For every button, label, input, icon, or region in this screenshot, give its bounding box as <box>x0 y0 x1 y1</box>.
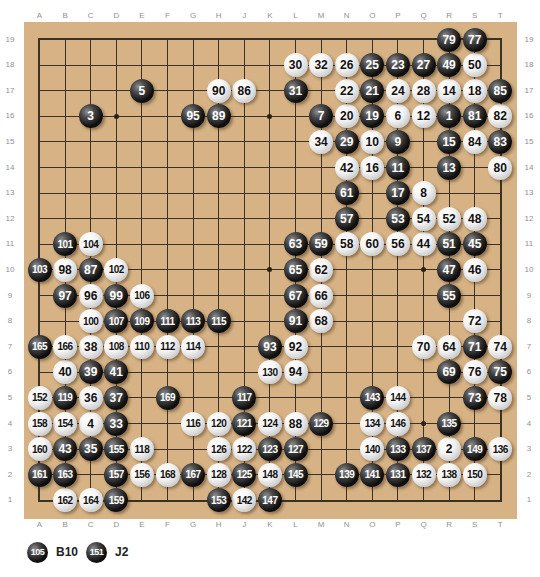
row-label-left: 8 <box>2 316 18 326</box>
row-label-right: 1 <box>521 495 537 505</box>
column-label-top: J <box>236 11 252 21</box>
go-stone: 135 <box>437 412 461 436</box>
column-label-bottom: J <box>236 520 252 530</box>
row-label-left: 11 <box>2 239 18 249</box>
go-stone: 123 <box>258 437 282 461</box>
column-label-top: B <box>57 11 73 21</box>
row-label-left: 19 <box>2 35 18 45</box>
go-stone: 153 <box>207 488 231 512</box>
go-stone: 146 <box>386 412 410 436</box>
column-label-bottom: T <box>492 520 508 530</box>
go-stone: 64 <box>437 335 461 359</box>
go-stone: 32 <box>309 53 333 77</box>
go-stone: 49 <box>437 53 461 77</box>
go-stone: 62 <box>309 258 333 282</box>
column-label-top: H <box>211 11 227 21</box>
go-stone: 63 <box>284 232 308 256</box>
go-stone: 129 <box>309 412 333 436</box>
column-label-bottom: N <box>339 520 355 530</box>
star-point <box>421 421 426 426</box>
column-label-top: M <box>313 11 329 21</box>
go-stone: 145 <box>284 463 308 487</box>
row-label-right: 3 <box>521 444 537 454</box>
go-stone: 158 <box>28 412 52 436</box>
column-label-bottom: G <box>185 520 201 530</box>
go-stone: 2 <box>437 437 461 461</box>
go-stone: 22 <box>335 79 359 103</box>
column-label-top: E <box>134 11 150 21</box>
column-label-top: Q <box>416 11 432 21</box>
column-label-bottom: M <box>313 520 329 530</box>
column-label-bottom: B <box>57 520 73 530</box>
go-stone: 150 <box>463 463 487 487</box>
row-label-left: 2 <box>2 470 18 480</box>
column-label-bottom: R <box>441 520 457 530</box>
row-label-right: 2 <box>521 470 537 480</box>
row-label-right: 11 <box>521 239 537 249</box>
row-label-left: 4 <box>2 419 18 429</box>
go-stone: 55 <box>437 284 461 308</box>
go-stone: 86 <box>232 79 256 103</box>
column-label-top: T <box>492 11 508 21</box>
go-stone: 36 <box>79 386 103 410</box>
go-stone: 116 <box>181 412 205 436</box>
row-label-left: 14 <box>2 163 18 173</box>
go-stone: 106 <box>130 284 154 308</box>
go-stone: 157 <box>104 463 128 487</box>
go-stone: 58 <box>335 232 359 256</box>
go-stone: 34 <box>309 130 333 154</box>
go-stone: 163 <box>53 463 77 487</box>
caption-stone: 105 <box>27 542 48 563</box>
go-stone: 38 <box>79 335 103 359</box>
go-stone: 33 <box>104 412 128 436</box>
go-stone: 154 <box>53 412 77 436</box>
column-label-bottom: E <box>134 520 150 530</box>
go-stone: 8 <box>412 181 436 205</box>
go-stone: 85 <box>488 79 512 103</box>
go-stone: 48 <box>463 207 487 231</box>
column-label-top: G <box>185 11 201 21</box>
column-label-bottom: S <box>467 520 483 530</box>
go-stone: 144 <box>386 386 410 410</box>
row-label-left: 18 <box>2 60 18 70</box>
go-stone: 161 <box>28 463 52 487</box>
go-stone: 133 <box>386 437 410 461</box>
go-stone: 65 <box>284 258 308 282</box>
go-stone: 73 <box>463 386 487 410</box>
go-stone: 30 <box>284 53 308 77</box>
go-stone: 118 <box>130 437 154 461</box>
go-stone: 76 <box>463 360 487 384</box>
go-stone: 79 <box>437 28 461 52</box>
go-stone: 137 <box>412 437 436 461</box>
go-stone: 21 <box>360 79 384 103</box>
column-label-bottom: O <box>364 520 380 530</box>
row-label-right: 18 <box>521 60 537 70</box>
go-stone: 156 <box>130 463 154 487</box>
go-stone: 67 <box>284 284 308 308</box>
go-stone: 164 <box>79 488 103 512</box>
go-stone: 115 <box>207 309 231 333</box>
row-label-left: 9 <box>2 291 18 301</box>
row-label-left: 16 <box>2 111 18 121</box>
go-stone: 96 <box>79 284 103 308</box>
go-stone: 98 <box>53 258 77 282</box>
go-stone: 111 <box>156 309 180 333</box>
row-label-right: 13 <box>521 188 537 198</box>
go-stone: 16 <box>360 156 384 180</box>
go-stone: 54 <box>412 207 436 231</box>
go-stone: 87 <box>79 258 103 282</box>
row-label-left: 3 <box>2 444 18 454</box>
go-stone: 160 <box>28 437 52 461</box>
row-label-left: 6 <box>2 367 18 377</box>
go-stone: 81 <box>463 104 487 128</box>
go-stone: 124 <box>258 412 282 436</box>
go-stone: 61 <box>335 181 359 205</box>
go-stone: 104 <box>79 232 103 256</box>
go-stone: 97 <box>53 284 77 308</box>
row-label-right: 17 <box>521 86 537 96</box>
go-stone: 109 <box>130 309 154 333</box>
column-label-top: R <box>441 11 457 21</box>
go-stone: 45 <box>463 232 487 256</box>
go-stone: 72 <box>463 309 487 333</box>
column-label-top: S <box>467 11 483 21</box>
column-label-bottom: L <box>288 520 304 530</box>
go-stone: 13 <box>437 156 461 180</box>
go-stone: 88 <box>284 412 308 436</box>
go-stone: 80 <box>488 156 512 180</box>
go-stone: 166 <box>53 335 77 359</box>
go-kifu-page: AABBCCDDEEFFGGHHJJKKLLMMNNOOPPQQRRSSTT19… <box>0 0 540 577</box>
go-stone: 11 <box>386 156 410 180</box>
go-stone: 70 <box>412 335 436 359</box>
column-label-top: C <box>83 11 99 21</box>
go-stone: 108 <box>104 335 128 359</box>
column-label-bottom: Q <box>416 520 432 530</box>
go-stone: 165 <box>28 335 52 359</box>
go-stone: 89 <box>207 104 231 128</box>
go-stone: 14 <box>437 79 461 103</box>
go-stone: 26 <box>335 53 359 77</box>
row-label-left: 13 <box>2 188 18 198</box>
go-stone: 110 <box>130 335 154 359</box>
go-stone: 27 <box>412 53 436 77</box>
row-label-right: 19 <box>521 35 537 45</box>
go-stone: 28 <box>412 79 436 103</box>
go-stone: 47 <box>437 258 461 282</box>
go-stone: 44 <box>412 232 436 256</box>
go-stone: 141 <box>360 463 384 487</box>
column-label-top: L <box>288 11 304 21</box>
go-stone: 120 <box>207 412 231 436</box>
go-stone: 91 <box>284 309 308 333</box>
go-stone: 74 <box>488 335 512 359</box>
column-label-bottom: H <box>211 520 227 530</box>
go-stone: 66 <box>309 284 333 308</box>
column-label-top: N <box>339 11 355 21</box>
row-label-right: 7 <box>521 342 537 352</box>
go-stone: 68 <box>309 309 333 333</box>
go-stone: 84 <box>463 130 487 154</box>
column-label-top: O <box>364 11 380 21</box>
go-stone: 119 <box>53 386 77 410</box>
column-label-top: F <box>160 11 176 21</box>
go-stone: 169 <box>156 386 180 410</box>
row-label-right: 15 <box>521 137 537 147</box>
go-stone: 42 <box>335 156 359 180</box>
go-stone: 93 <box>258 335 282 359</box>
row-label-right: 5 <box>521 393 537 403</box>
go-stone: 100 <box>79 309 103 333</box>
column-label-top: P <box>390 11 406 21</box>
row-label-left: 17 <box>2 86 18 96</box>
go-stone: 23 <box>386 53 410 77</box>
go-stone: 134 <box>360 412 384 436</box>
go-stone: 35 <box>79 437 103 461</box>
column-label-top: K <box>262 11 278 21</box>
column-label-bottom: C <box>83 520 99 530</box>
row-label-left: 5 <box>2 393 18 403</box>
go-stone: 168 <box>156 463 180 487</box>
go-stone: 20 <box>335 104 359 128</box>
caption-point-label: J2 <box>115 545 128 559</box>
row-label-right: 12 <box>521 214 537 224</box>
go-stone: 43 <box>53 437 77 461</box>
go-stone: 52 <box>437 207 461 231</box>
go-stone: 128 <box>207 463 231 487</box>
column-label-top: A <box>32 11 48 21</box>
move-annotation-caption: 105B10151J2 <box>27 540 128 564</box>
row-label-left: 10 <box>2 265 18 275</box>
go-stone: 114 <box>181 335 205 359</box>
star-point <box>114 114 119 119</box>
go-stone: 103 <box>28 258 52 282</box>
go-stone: 152 <box>28 386 52 410</box>
row-label-left: 1 <box>2 495 18 505</box>
go-stone: 113 <box>181 309 205 333</box>
go-stone: 5 <box>130 79 154 103</box>
go-stone: 92 <box>284 335 308 359</box>
column-label-bottom: K <box>262 520 278 530</box>
go-stone: 99 <box>104 284 128 308</box>
row-label-right: 16 <box>521 111 537 121</box>
row-label-right: 9 <box>521 291 537 301</box>
column-label-top: D <box>108 11 124 21</box>
go-stone: 77 <box>463 28 487 52</box>
go-stone: 138 <box>437 463 461 487</box>
go-stone: 31 <box>284 79 308 103</box>
column-label-bottom: A <box>32 520 48 530</box>
go-stone: 112 <box>156 335 180 359</box>
go-stone: 131 <box>386 463 410 487</box>
row-label-left: 12 <box>2 214 18 224</box>
go-stone: 12 <box>412 104 436 128</box>
row-label-right: 14 <box>521 163 537 173</box>
go-stone: 46 <box>463 258 487 282</box>
go-stone: 53 <box>386 207 410 231</box>
row-label-right: 4 <box>521 419 537 429</box>
go-stone: 149 <box>463 437 487 461</box>
row-label-right: 10 <box>521 265 537 275</box>
go-stone: 125 <box>232 463 256 487</box>
column-label-bottom: D <box>108 520 124 530</box>
go-stone: 167 <box>181 463 205 487</box>
go-stone: 71 <box>463 335 487 359</box>
go-stone: 126 <box>207 437 231 461</box>
go-stone: 9 <box>386 130 410 154</box>
go-stone: 3 <box>79 104 103 128</box>
go-stone: 121 <box>232 412 256 436</box>
caption-point-label: B10 <box>56 545 78 559</box>
go-stone: 39 <box>79 360 103 384</box>
go-stone: 57 <box>335 207 359 231</box>
go-stone: 4 <box>79 412 103 436</box>
go-stone: 50 <box>463 53 487 77</box>
go-stone: 139 <box>335 463 359 487</box>
go-stone: 148 <box>258 463 282 487</box>
column-label-bottom: P <box>390 520 406 530</box>
go-stone: 94 <box>284 360 308 384</box>
go-stone: 18 <box>463 79 487 103</box>
caption-stone: 151 <box>86 542 107 563</box>
row-label-right: 6 <box>521 367 537 377</box>
row-label-left: 15 <box>2 137 18 147</box>
go-stone: 24 <box>386 79 410 103</box>
column-label-bottom: F <box>160 520 176 530</box>
go-stone: 132 <box>412 463 436 487</box>
row-label-right: 8 <box>521 316 537 326</box>
go-stone: 15 <box>437 130 461 154</box>
go-stone: 127 <box>284 437 308 461</box>
go-stone: 17 <box>386 181 410 205</box>
row-label-left: 7 <box>2 342 18 352</box>
go-stone: 90 <box>207 79 231 103</box>
go-stone: 29 <box>335 130 359 154</box>
